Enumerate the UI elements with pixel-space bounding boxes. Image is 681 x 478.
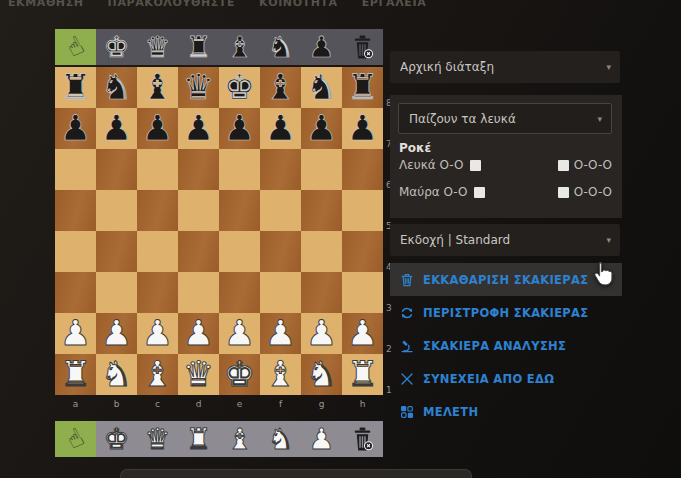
white-ooo-label: O-O-O: [574, 158, 612, 172]
square-e3[interactable]: [219, 272, 260, 313]
spare-white-bishop[interactable]: ♝: [219, 421, 260, 457]
spare-white-king[interactable]: ♚: [96, 421, 137, 457]
trash-icon: [400, 273, 414, 287]
piece-white-rook[interactable]: ♜: [60, 354, 91, 395]
white-oo-label: Λευκά O-O: [399, 158, 463, 172]
square-h7[interactable]: ♟: [342, 108, 383, 149]
continue-from-here-label: ΣΥΝΕΧΕΙΑ ΑΠΟ ΕΔΩ: [423, 372, 554, 386]
square-a5[interactable]: [55, 190, 96, 231]
piece-black-rook[interactable]: ♜: [60, 67, 91, 108]
square-g4[interactable]: [301, 231, 342, 272]
white-kingside-checkbox[interactable]: [470, 160, 481, 171]
piece-white-bishop[interactable]: ♝: [142, 354, 173, 395]
rook-piece-icon: ♜: [186, 421, 212, 457]
black-ooo-label: O-O-O: [574, 185, 612, 199]
square-a7[interactable]: ♟: [55, 108, 96, 149]
file-label-d: d: [178, 399, 219, 409]
rook-piece-icon: ♜: [186, 29, 212, 65]
turn-select[interactable]: Παίζουν τα λευκά ▾: [398, 103, 612, 134]
square-a3[interactable]: [55, 272, 96, 313]
square-f2[interactable]: ♟: [260, 313, 301, 354]
square-g8[interactable]: ♞: [301, 67, 342, 108]
piece-black-pawn[interactable]: ♟: [306, 108, 337, 149]
black-kingside-checkbox[interactable]: [474, 187, 485, 198]
square-a6[interactable]: [55, 149, 96, 190]
square-g1[interactable]: ♞: [301, 354, 342, 395]
piece-white-knight[interactable]: ♞: [306, 354, 337, 395]
file-label-h: h: [342, 399, 383, 409]
spare-black-king[interactable]: ♚: [96, 29, 137, 65]
bishop-piece-icon: ♝: [227, 29, 253, 65]
fen-input[interactable]: [120, 469, 472, 478]
square-c8[interactable]: ♝: [137, 67, 178, 108]
square-d2[interactable]: ♟: [178, 313, 219, 354]
queen-piece-icon: ♛: [145, 29, 171, 65]
castling-title: Ροκέ: [399, 141, 431, 155]
pointer-hand-tool[interactable]: ☝: [55, 421, 96, 457]
square-c4[interactable]: [137, 231, 178, 272]
square-g2[interactable]: ♟: [301, 313, 342, 354]
piece-white-rook[interactable]: ♜: [347, 354, 378, 395]
square-a4[interactable]: [55, 231, 96, 272]
study-button[interactable]: ΜΕΛΕΤΗ: [390, 395, 622, 428]
pawn-piece-icon: ♟: [309, 29, 335, 65]
spare-black-knight[interactable]: ♞: [260, 29, 301, 65]
hand-pointer-icon: ☝: [61, 30, 88, 63]
king-piece-icon: ♚: [104, 421, 130, 457]
chess-board: ♜♞♝♛♚♝♞♜♟♟♟♟♟♟♟♟♟♟♟♟♟♟♟♟♜♞♝♛♚♝♞♜: [55, 67, 383, 395]
spare-black-queen[interactable]: ♛: [137, 29, 178, 65]
square-b1[interactable]: ♞: [96, 354, 137, 395]
square-h4[interactable]: [342, 231, 383, 272]
trash-icon: [351, 34, 374, 60]
hand-pointer-icon: ☝: [61, 422, 88, 455]
square-g7[interactable]: ♟: [301, 108, 342, 149]
square-h8[interactable]: ♜: [342, 67, 383, 108]
piece-black-queen[interactable]: ♛: [183, 67, 214, 108]
board-editor-page: ΕΚΜΑΘΗΣΗ ΠΑΡΑΚΟΛΟΥΘΗΣΤΕ ΚΟΙΝΟΤΗΤΑ ΕΡΓΑΛΕ…: [0, 0, 681, 478]
piece-white-queen[interactable]: ♛: [183, 354, 214, 395]
piece-white-king[interactable]: ♚: [224, 354, 255, 395]
file-label-g: g: [301, 399, 342, 409]
piece-black-knight[interactable]: ♞: [101, 67, 132, 108]
analysis-board-button[interactable]: ΣΚΑΚΙΕΡΑ ΑΝΑΛΥΣΗΣ: [390, 329, 622, 362]
file-label-c: c: [137, 399, 178, 409]
square-e2[interactable]: ♟: [219, 313, 260, 354]
delete-piece-tool[interactable]: [342, 421, 383, 457]
variant-select[interactable]: Εκδοχή | Standard ▾: [390, 224, 620, 256]
square-e7[interactable]: ♟: [219, 108, 260, 149]
spare-white-pawn[interactable]: ♟: [301, 421, 342, 457]
file-label-a: a: [55, 399, 96, 409]
square-h1[interactable]: ♜: [342, 354, 383, 395]
square-d1[interactable]: ♛: [178, 354, 219, 395]
square-h6[interactable]: [342, 149, 383, 190]
square-c7[interactable]: ♟: [137, 108, 178, 149]
square-g3[interactable]: [301, 272, 342, 313]
piece-white-pawn[interactable]: ♟: [142, 313, 173, 354]
microscope-icon: [400, 339, 414, 353]
square-b4[interactable]: [96, 231, 137, 272]
square-d6[interactable]: [178, 149, 219, 190]
chevron-down-icon: ▾: [606, 62, 611, 72]
knight-piece-icon: ♞: [268, 421, 294, 457]
piece-white-pawn[interactable]: ♟: [60, 313, 91, 354]
square-b3[interactable]: [96, 272, 137, 313]
top-nav: ΕΚΜΑΘΗΣΗ ΠΑΡΑΚΟΛΟΥΘΗΣΤΕ ΚΟΙΝΟΤΗΤΑ ΕΡΓΑΛΕ…: [8, 0, 426, 9]
bishop-piece-icon: ♝: [227, 421, 253, 457]
square-f4[interactable]: [260, 231, 301, 272]
square-d8[interactable]: ♛: [178, 67, 219, 108]
piece-white-pawn[interactable]: ♟: [183, 313, 214, 354]
knight-piece-icon: ♞: [268, 29, 294, 65]
king-piece-icon: ♚: [104, 29, 130, 65]
piece-white-pawn[interactable]: ♟: [306, 313, 337, 354]
castling-row-white: Λευκά O-O O-O-O: [399, 158, 612, 172]
piece-black-pawn[interactable]: ♟: [265, 108, 296, 149]
spare-black-pawn[interactable]: ♟: [301, 29, 342, 65]
piece-black-pawn[interactable]: ♟: [347, 108, 378, 149]
square-c2[interactable]: ♟: [137, 313, 178, 354]
square-g5[interactable]: [301, 190, 342, 231]
square-d5[interactable]: [178, 190, 219, 231]
flip-board-button[interactable]: ΠΕΡΙΣΤΡΟΦΗ ΣΚΑΚΙΕΡΑΣ: [390, 296, 622, 329]
turn-castling-box: Παίζουν τα λευκά ▾ Ροκέ Λευκά O-O O-O-O …: [390, 95, 622, 218]
flip-board-label: ΠΕΡΙΣΤΡΟΦΗ ΣΚΑΚΙΕΡΑΣ: [423, 306, 588, 320]
trash-icon: [351, 426, 374, 452]
nav-item-learn[interactable]: ΕΚΜΑΘΗΣΗ: [8, 0, 84, 9]
mouse-cursor: [591, 261, 613, 288]
square-c3[interactable]: [137, 272, 178, 313]
pointer-hand-tool[interactable]: ☝: [55, 29, 96, 65]
clear-board-button[interactable]: ΕΚΚΑΘΑΡΙΣΗ ΣΚΑΚΙΕΡΑΣ: [390, 263, 622, 296]
piece-black-pawn[interactable]: ♟: [224, 108, 255, 149]
clear-board-label: ΕΚΚΑΘΑΡΙΣΗ ΣΚΑΚΙΕΡΑΣ: [423, 273, 588, 287]
piece-black-rook[interactable]: ♜: [347, 67, 378, 108]
square-h2[interactable]: ♟: [342, 313, 383, 354]
spare-bar-black: ☝♚♛♜♝♞♟: [55, 29, 383, 65]
nav-item-tools[interactable]: ΕΡΓΑΛΕΙΑ: [362, 0, 427, 9]
position-select[interactable]: Αρχική διάταξη ▾: [390, 51, 620, 83]
file-labels: abcdefgh: [55, 399, 383, 409]
study-icon: [400, 405, 414, 419]
file-label-f: f: [260, 399, 301, 409]
square-c1[interactable]: ♝: [137, 354, 178, 395]
nav-item-community[interactable]: ΚΟΙΝΟΤΗΤΑ: [259, 0, 338, 9]
delete-piece-tool[interactable]: [342, 29, 383, 65]
square-e6[interactable]: [219, 149, 260, 190]
chevron-down-icon: ▾: [606, 235, 611, 245]
queen-piece-icon: ♛: [145, 421, 171, 457]
square-a8[interactable]: ♜: [55, 67, 96, 108]
spare-white-knight[interactable]: ♞: [260, 421, 301, 457]
square-g6[interactable]: [301, 149, 342, 190]
chevron-down-icon: ▾: [597, 114, 602, 124]
rotate-icon: [400, 306, 414, 320]
square-h5[interactable]: [342, 190, 383, 231]
pawn-piece-icon: ♟: [309, 421, 335, 457]
square-e8[interactable]: ♚: [219, 67, 260, 108]
piece-black-pawn[interactable]: ♟: [60, 108, 91, 149]
square-h3[interactable]: [342, 272, 383, 313]
castling-row-black: Μαύρα O-O O-O-O: [399, 185, 612, 199]
black-queenside-checkbox[interactable]: [558, 187, 569, 198]
square-f8[interactable]: ♝: [260, 67, 301, 108]
square-f1[interactable]: ♝: [260, 354, 301, 395]
square-d4[interactable]: [178, 231, 219, 272]
square-b6[interactable]: [96, 149, 137, 190]
square-e5[interactable]: [219, 190, 260, 231]
square-b5[interactable]: [96, 190, 137, 231]
piece-black-bishop[interactable]: ♝: [265, 67, 296, 108]
square-e4[interactable]: [219, 231, 260, 272]
square-c5[interactable]: [137, 190, 178, 231]
spare-bar-white: ☝♚♛♜♝♞♟: [55, 421, 383, 457]
spare-white-queen[interactable]: ♛: [137, 421, 178, 457]
square-d3[interactable]: [178, 272, 219, 313]
square-a2[interactable]: ♟: [55, 313, 96, 354]
piece-white-pawn[interactable]: ♟: [265, 313, 296, 354]
piece-black-bishop[interactable]: ♝: [142, 67, 173, 108]
white-queenside-checkbox[interactable]: [558, 160, 569, 171]
square-f7[interactable]: ♟: [260, 108, 301, 149]
cross-icon: [400, 372, 414, 386]
piece-white-bishop[interactable]: ♝: [265, 354, 296, 395]
square-f5[interactable]: [260, 190, 301, 231]
square-a1[interactable]: ♜: [55, 354, 96, 395]
action-list: ΕΚΚΑΘΑΡΙΣΗ ΣΚΑΚΙΕΡΑΣ ΠΕΡΙΣΤΡΟΦΗ ΣΚΑΚΙΕΡΑ…: [390, 263, 622, 428]
analysis-board-label: ΣΚΑΚΙΕΡΑ ΑΝΑΛΥΣΗΣ: [423, 339, 566, 353]
square-b2[interactable]: ♟: [96, 313, 137, 354]
piece-white-pawn[interactable]: ♟: [347, 313, 378, 354]
piece-white-pawn[interactable]: ♟: [101, 313, 132, 354]
turn-select-value: Παίζουν τα λευκά: [409, 112, 516, 126]
spare-white-rook[interactable]: ♜: [178, 421, 219, 457]
piece-black-knight[interactable]: ♞: [306, 67, 337, 108]
piece-black-pawn[interactable]: ♟: [101, 108, 132, 149]
piece-black-pawn[interactable]: ♟: [142, 108, 173, 149]
square-e1[interactable]: ♚: [219, 354, 260, 395]
piece-white-pawn[interactable]: ♟: [224, 313, 255, 354]
file-label-e: e: [219, 399, 260, 409]
square-b8[interactable]: ♞: [96, 67, 137, 108]
piece-white-knight[interactable]: ♞: [101, 354, 132, 395]
square-f3[interactable]: [260, 272, 301, 313]
square-b7[interactable]: ♟: [96, 108, 137, 149]
piece-black-pawn[interactable]: ♟: [183, 108, 214, 149]
square-d7[interactable]: ♟: [178, 108, 219, 149]
file-label-b: b: [96, 399, 137, 409]
square-f6[interactable]: [260, 149, 301, 190]
position-select-value: Αρχική διάταξη: [400, 60, 494, 74]
spare-black-bishop[interactable]: ♝: [219, 29, 260, 65]
nav-item-watch[interactable]: ΠΑΡΑΚΟΛΟΥΘΗΣΤΕ: [108, 0, 236, 9]
spare-black-rook[interactable]: ♜: [178, 29, 219, 65]
black-oo-label: Μαύρα O-O: [399, 185, 467, 199]
square-c6[interactable]: [137, 149, 178, 190]
study-label: ΜΕΛΕΤΗ: [423, 405, 478, 419]
variant-select-value: Εκδοχή | Standard: [400, 233, 510, 247]
continue-from-here-button[interactable]: ΣΥΝΕΧΕΙΑ ΑΠΟ ΕΔΩ: [390, 362, 622, 395]
piece-black-king[interactable]: ♚: [224, 67, 255, 108]
